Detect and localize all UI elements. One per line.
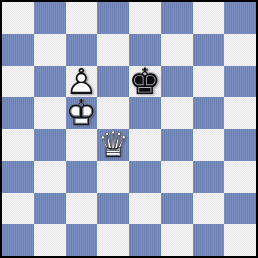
black-king-outline: ♚ <box>129 66 161 98</box>
chess-board-frame: ♟♙♚♚♚♔♛♕ <box>0 0 258 258</box>
square-g6[interactable] <box>193 66 225 98</box>
square-f2[interactable] <box>161 193 193 225</box>
square-h6[interactable] <box>224 66 256 98</box>
square-b7[interactable] <box>34 34 66 66</box>
square-e3[interactable] <box>129 161 161 193</box>
black-king[interactable]: ♚♚ <box>129 66 161 98</box>
square-b2[interactable] <box>34 193 66 225</box>
white-queen[interactable]: ♛♕ <box>97 129 129 161</box>
square-b4[interactable] <box>34 129 66 161</box>
square-c5[interactable]: ♚♔ <box>66 97 98 129</box>
square-g4[interactable] <box>193 129 225 161</box>
square-b8[interactable] <box>34 2 66 34</box>
square-f7[interactable] <box>161 34 193 66</box>
square-h3[interactable] <box>224 161 256 193</box>
square-e1[interactable] <box>129 224 161 256</box>
square-d8[interactable] <box>97 2 129 34</box>
square-a1[interactable] <box>2 224 34 256</box>
square-h1[interactable] <box>224 224 256 256</box>
white-king-outline: ♔ <box>66 97 98 129</box>
square-f6[interactable] <box>161 66 193 98</box>
square-c8[interactable] <box>66 2 98 34</box>
square-g1[interactable] <box>193 224 225 256</box>
square-d3[interactable] <box>97 161 129 193</box>
square-a7[interactable] <box>2 34 34 66</box>
square-c4[interactable] <box>66 129 98 161</box>
square-g3[interactable] <box>193 161 225 193</box>
square-d6[interactable] <box>97 66 129 98</box>
white-queen-outline: ♕ <box>97 129 129 161</box>
white-king[interactable]: ♚♔ <box>66 97 98 129</box>
square-a8[interactable] <box>2 2 34 34</box>
square-h2[interactable] <box>224 193 256 225</box>
square-g7[interactable] <box>193 34 225 66</box>
square-b5[interactable] <box>34 97 66 129</box>
square-d2[interactable] <box>97 193 129 225</box>
square-f1[interactable] <box>161 224 193 256</box>
square-b3[interactable] <box>34 161 66 193</box>
square-f5[interactable] <box>161 97 193 129</box>
square-c2[interactable] <box>66 193 98 225</box>
square-c3[interactable] <box>66 161 98 193</box>
square-d1[interactable] <box>97 224 129 256</box>
square-e2[interactable] <box>129 193 161 225</box>
square-g5[interactable] <box>193 97 225 129</box>
square-d4[interactable]: ♛♕ <box>97 129 129 161</box>
square-e4[interactable] <box>129 129 161 161</box>
square-b1[interactable] <box>34 224 66 256</box>
square-e8[interactable] <box>129 2 161 34</box>
square-f8[interactable] <box>161 2 193 34</box>
square-h7[interactable] <box>224 34 256 66</box>
square-g8[interactable] <box>193 2 225 34</box>
square-f3[interactable] <box>161 161 193 193</box>
square-b6[interactable] <box>34 66 66 98</box>
square-a2[interactable] <box>2 193 34 225</box>
square-f4[interactable] <box>161 129 193 161</box>
square-h8[interactable] <box>224 2 256 34</box>
square-h5[interactable] <box>224 97 256 129</box>
square-h4[interactable] <box>224 129 256 161</box>
square-a5[interactable] <box>2 97 34 129</box>
chess-board: ♟♙♚♚♚♔♛♕ <box>2 2 256 256</box>
square-a3[interactable] <box>2 161 34 193</box>
square-e6[interactable]: ♚♚ <box>129 66 161 98</box>
square-g2[interactable] <box>193 193 225 225</box>
square-a4[interactable] <box>2 129 34 161</box>
square-a6[interactable] <box>2 66 34 98</box>
square-d7[interactable] <box>97 34 129 66</box>
square-c1[interactable] <box>66 224 98 256</box>
